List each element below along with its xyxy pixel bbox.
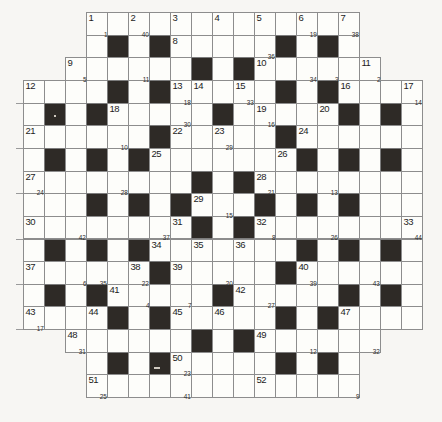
cell-r12c7[interactable]: 7 [170, 284, 192, 308]
cell-r6c8[interactable] [191, 148, 213, 172]
edge-tick [16, 193, 23, 194]
cell-r15c8[interactable] [191, 352, 213, 376]
small-number: 35 [100, 281, 107, 287]
small-number: 3 [334, 78, 338, 84]
cell-r4c6[interactable] [149, 103, 171, 127]
cell-r12c10[interactable]: 42 [233, 284, 255, 308]
cell-r11c2[interactable]: 6 [65, 261, 87, 285]
cell-r6c12[interactable]: 26 [275, 148, 297, 172]
cell-r13c2[interactable] [65, 306, 87, 330]
cell-r13c15[interactable]: 47 [338, 306, 360, 330]
black-cell-r13c6 [149, 306, 171, 330]
clue-number: 18 [110, 104, 120, 114]
black-cell-r14c8 [191, 329, 213, 353]
scan-speck [154, 367, 160, 369]
small-number: 1 [103, 32, 107, 38]
cell-r7c2[interactable] [65, 171, 87, 195]
small-number: 42 [79, 236, 86, 242]
clue-number: 24 [299, 126, 309, 136]
cell-r9c12[interactable] [275, 216, 297, 240]
cell-r8c17[interactable] [380, 193, 402, 217]
cell-r16c9[interactable] [212, 374, 234, 398]
clue-number: 46 [215, 307, 225, 317]
clue-number: 40 [299, 262, 309, 272]
cell-r11c8[interactable] [191, 261, 213, 285]
clue-number: 2 [131, 13, 136, 23]
clue-number: 47 [341, 307, 351, 317]
cell-r9c7[interactable]: 31 [170, 216, 192, 240]
cell-r14c4[interactable] [107, 329, 129, 353]
cell-r0c10[interactable] [233, 12, 255, 36]
cell-r15c15[interactable] [338, 352, 360, 376]
cell-r0c6[interactable] [149, 12, 171, 36]
cell-r3c15[interactable]: 16 [338, 80, 360, 104]
small-number: 19 [310, 32, 317, 38]
cell-r6c6[interactable]: 25 [149, 148, 171, 172]
cell-r5c10[interactable] [233, 125, 255, 149]
black-cell-r3c6 [149, 80, 171, 104]
black-cell-r7c10 [233, 171, 255, 195]
cell-r14c6[interactable] [149, 329, 171, 353]
cell-r0c12[interactable] [275, 12, 297, 36]
cell-r11c4[interactable] [107, 261, 129, 285]
cell-r5c5[interactable] [128, 125, 150, 149]
clue-number: 39 [173, 262, 183, 272]
cell-r10c8[interactable]: 35 [191, 239, 213, 263]
clue-number: 5 [257, 13, 262, 23]
clue-number: 43 [26, 307, 36, 317]
clue-number: 29 [194, 194, 204, 204]
cell-r11c10[interactable] [233, 261, 255, 285]
clue-number: 44 [89, 307, 99, 317]
clue-number: 21 [26, 126, 36, 136]
small-number: 27 [268, 304, 275, 310]
small-number: 17 [37, 327, 44, 333]
cell-r11c15[interactable] [338, 261, 360, 285]
black-cell-r13c12 [275, 306, 297, 330]
cell-r7c18[interactable] [401, 171, 423, 195]
cell-r2c16[interactable]: 112 [359, 57, 381, 81]
cell-r12c8[interactable] [191, 284, 213, 308]
cell-r9c4[interactable] [107, 216, 129, 240]
cell-r7c16[interactable] [359, 171, 381, 195]
black-cell-r6c5 [128, 148, 150, 172]
cell-r14c13[interactable]: 12 [296, 329, 318, 353]
black-cell-r4c9 [212, 103, 234, 127]
cell-r14c14[interactable] [317, 329, 339, 353]
cell-r13c13[interactable] [296, 306, 318, 330]
cell-r4c5[interactable] [128, 103, 150, 127]
black-cell-r6c17 [380, 148, 402, 172]
cell-r11c17[interactable] [380, 261, 402, 285]
cell-r14c5[interactable] [128, 329, 150, 353]
cell-r8c1[interactable] [44, 193, 66, 217]
cell-r12c6[interactable] [149, 284, 171, 308]
cell-r16c12[interactable] [275, 374, 297, 398]
clue-number: 45 [173, 307, 183, 317]
clue-number: 22 [173, 126, 183, 136]
clue-number: 1 [89, 13, 94, 23]
clue-number: 3 [173, 13, 178, 23]
black-cell-r8c13 [296, 193, 318, 217]
black-cell-r1c4 [107, 35, 129, 59]
cell-r13c3[interactable]: 44 [86, 306, 108, 330]
cell-r15c5[interactable] [128, 352, 150, 376]
small-number: 9 [355, 395, 359, 401]
cell-r2c13[interactable]: 34 [296, 57, 318, 81]
cell-r3c7[interactable]: 1318 [170, 80, 192, 104]
cell-r2c14[interactable]: 3 [317, 57, 339, 81]
cell-r1c7[interactable]: 8 [170, 35, 192, 59]
cell-r5c14[interactable] [317, 125, 339, 149]
cell-r11c0[interactable]: 37 [23, 261, 45, 285]
cell-r10c14[interactable] [317, 239, 339, 263]
cell-r10c7[interactable] [170, 239, 192, 263]
cell-r2c15[interactable] [338, 57, 360, 81]
black-cell-r10c15 [338, 239, 360, 263]
cell-r10c9[interactable] [212, 239, 234, 263]
cell-r4c8[interactable] [191, 103, 213, 127]
cell-r11c5[interactable]: 3822 [128, 261, 150, 285]
cell-r13c17[interactable] [380, 306, 402, 330]
small-number: 4 [145, 304, 149, 310]
cell-r16c13[interactable] [296, 374, 318, 398]
clue-number: 38 [131, 262, 141, 272]
cell-r0c5[interactable]: 240 [128, 12, 150, 36]
cell-r16c3[interactable]: 5125 [86, 374, 108, 398]
clue-number: 36 [236, 240, 246, 250]
cell-r15c10[interactable] [233, 352, 255, 376]
cell-r8c2[interactable] [65, 193, 87, 217]
black-cell-r15c4 [107, 352, 129, 376]
cell-r10c2[interactable] [65, 239, 87, 263]
small-number: 18 [184, 100, 191, 106]
cell-r16c5[interactable] [128, 374, 150, 398]
cell-r10c10[interactable]: 36 [233, 239, 255, 263]
cell-r8c9[interactable]: 15 [212, 193, 234, 217]
cell-r5c13[interactable]: 24 [296, 125, 318, 149]
clue-number: 14 [194, 81, 204, 91]
cell-r4c11[interactable]: 1916 [254, 103, 276, 127]
cell-r0c11[interactable]: 5 [254, 12, 276, 36]
cell-r0c9[interactable]: 4 [212, 12, 234, 36]
cell-r13c10[interactable] [233, 306, 255, 330]
small-number: 37 [163, 236, 170, 242]
cell-r5c18[interactable] [401, 125, 423, 149]
small-number: 22 [142, 281, 149, 287]
cell-r2c12[interactable] [275, 57, 297, 81]
cell-r1c11[interactable]: 36 [254, 35, 276, 59]
cell-r12c4[interactable]: 41 [107, 284, 129, 308]
small-number: 7 [187, 304, 191, 310]
small-number: 10 [121, 145, 128, 151]
cell-r10c12[interactable] [275, 239, 297, 263]
edge-tick [16, 103, 23, 104]
cell-r1c8[interactable] [191, 35, 213, 59]
cell-r14c3[interactable] [86, 329, 108, 353]
clue-number: 15 [236, 81, 246, 91]
cell-r4c13[interactable] [296, 103, 318, 127]
clue-number: 20 [320, 104, 330, 114]
cell-r6c10[interactable] [233, 148, 255, 172]
cell-r0c3[interactable]: 11 [86, 12, 108, 36]
cell-r8c6[interactable] [149, 193, 171, 217]
cell-r2c9[interactable] [212, 57, 234, 81]
cell-r0c13[interactable]: 619 [296, 12, 318, 36]
cell-r14c9[interactable] [212, 329, 234, 353]
cell-r3c8[interactable]: 14 [191, 80, 213, 104]
cell-r9c15[interactable] [338, 216, 360, 240]
cell-r13c9[interactable]: 46 [212, 306, 234, 330]
black-cell-r14c10 [233, 329, 255, 353]
edge-tick [16, 148, 23, 149]
cell-r10c11[interactable] [254, 239, 276, 263]
cell-r4c0[interactable] [23, 103, 45, 127]
cell-r16c14[interactable] [317, 374, 339, 398]
cell-r15c7[interactable]: 5023 [170, 352, 192, 376]
clue-number: 7 [341, 13, 346, 23]
cell-r2c5[interactable]: 11 [128, 57, 150, 81]
cell-r10c16[interactable] [359, 239, 381, 263]
cell-r5c8[interactable] [191, 125, 213, 149]
cell-r6c14[interactable] [317, 148, 339, 172]
cell-r8c12[interactable] [275, 193, 297, 217]
cell-r14c15[interactable] [338, 329, 360, 353]
cell-r0c15[interactable]: 738 [338, 12, 360, 36]
clue-number: 51 [89, 375, 99, 385]
black-cell-r10c3 [86, 239, 108, 263]
clue-number: 33 [404, 217, 414, 227]
cell-r7c7[interactable] [170, 171, 192, 195]
cell-r0c4[interactable] [107, 12, 129, 36]
black-cell-r2c8 [191, 57, 213, 81]
cell-r4c4[interactable]: 18 [107, 103, 129, 127]
cell-r16c11[interactable]: 52 [254, 374, 276, 398]
cell-r14c2[interactable]: 4831 [65, 329, 87, 353]
cell-r16c8[interactable] [191, 374, 213, 398]
cell-r7c0[interactable]: 2724 [23, 171, 45, 195]
cell-r12c14[interactable] [317, 284, 339, 308]
cell-r8c10[interactable] [233, 193, 255, 217]
cell-r10c0[interactable] [23, 239, 45, 263]
cell-r7c15[interactable] [338, 171, 360, 195]
small-number: 39 [310, 281, 317, 287]
cell-r7c3[interactable] [86, 171, 108, 195]
scanned-crossword-page: { "game": "crossword", "grid": { "rows":… [0, 0, 442, 422]
black-cell-r3c4 [107, 80, 129, 104]
cell-r5c9[interactable]: 2329 [212, 125, 234, 149]
cell-r9c6[interactable]: 37 [149, 216, 171, 240]
black-cell-r11c12 [275, 261, 297, 285]
cell-r14c16[interactable]: 32 [359, 329, 381, 353]
small-number: 29 [226, 145, 233, 151]
black-cell-r3c12 [275, 80, 297, 104]
cell-r11c1[interactable] [44, 261, 66, 285]
cell-r6c0[interactable] [23, 148, 45, 172]
cell-r5c4[interactable]: 10 [107, 125, 129, 149]
small-number: 20 [226, 281, 233, 287]
small-number: 30 [184, 123, 191, 129]
black-cell-r13c14 [317, 306, 339, 330]
cell-r8c8[interactable]: 29 [191, 193, 213, 217]
cell-r7c1[interactable] [44, 171, 66, 195]
cell-r7c4[interactable]: 28 [107, 171, 129, 195]
cell-r3c17[interactable] [380, 80, 402, 104]
black-cell-r4c15 [338, 103, 360, 127]
cell-r5c1[interactable] [44, 125, 66, 149]
cell-r11c14[interactable] [317, 261, 339, 285]
cell-r9c13[interactable] [296, 216, 318, 240]
cell-r13c18[interactable] [401, 306, 423, 330]
cell-r7c13[interactable] [296, 171, 318, 195]
cell-r9c5[interactable] [128, 216, 150, 240]
cell-r6c7[interactable] [170, 148, 192, 172]
cell-r9c2[interactable]: 42 [65, 216, 87, 240]
cell-r7c17[interactable] [380, 171, 402, 195]
cell-r7c11[interactable]: 2821 [254, 171, 276, 195]
cell-r9c17[interactable] [380, 216, 402, 240]
cell-r2c6[interactable] [149, 57, 171, 81]
cell-r11c3[interactable]: 35 [86, 261, 108, 285]
cell-r8c18[interactable] [401, 193, 423, 217]
small-number: 38 [352, 32, 359, 38]
cell-r4c14[interactable]: 20 [317, 103, 339, 127]
cell-r3c1[interactable] [44, 80, 66, 104]
black-cell-r10c13 [296, 239, 318, 263]
cell-r5c0[interactable]: 21 [23, 125, 45, 149]
cell-r6c16[interactable] [359, 148, 381, 172]
clue-number: 13 [173, 81, 183, 91]
cell-r14c11[interactable]: 49 [254, 329, 276, 353]
cell-r5c2[interactable] [65, 125, 87, 149]
cell-r7c5[interactable] [128, 171, 150, 195]
cell-r13c0[interactable]: 4317 [23, 306, 45, 330]
cell-r2c3[interactable] [86, 57, 108, 81]
black-cell-r2c10 [233, 57, 255, 81]
cell-r0c8[interactable] [191, 12, 213, 36]
cell-r11c16[interactable]: 43 [359, 261, 381, 285]
black-cell-r10c5 [128, 239, 150, 263]
cell-r9c14[interactable]: 26 [317, 216, 339, 240]
cell-r13c1[interactable] [44, 306, 66, 330]
cell-r9c1[interactable] [44, 216, 66, 240]
edge-tick [16, 239, 23, 240]
clue-number: 27 [26, 172, 36, 182]
small-number: 12 [310, 349, 317, 355]
cell-r9c16[interactable] [359, 216, 381, 240]
clue-number: 25 [152, 149, 162, 159]
clue-number: 11 [362, 58, 371, 68]
cell-r0c14[interactable] [317, 12, 339, 36]
cell-r16c15[interactable]: 9 [338, 374, 360, 398]
cell-r3c3[interactable] [86, 80, 108, 104]
cell-r1c9[interactable] [212, 35, 234, 59]
cell-r13c16[interactable] [359, 306, 381, 330]
cell-r5c3[interactable] [86, 125, 108, 149]
cell-r5c16[interactable] [359, 125, 381, 149]
cell-r8c16[interactable] [359, 193, 381, 217]
clue-number: 37 [26, 262, 36, 272]
clue-number: 9 [68, 58, 73, 68]
cell-r14c7[interactable] [170, 329, 192, 353]
cell-r12c18[interactable] [401, 284, 423, 308]
cell-r7c12[interactable] [275, 171, 297, 195]
cell-r6c18[interactable] [401, 148, 423, 172]
cell-r0c7[interactable]: 3 [170, 12, 192, 36]
cell-r15c11[interactable] [254, 352, 276, 376]
cell-r12c12[interactable] [275, 284, 297, 308]
cell-r11c7[interactable]: 39 [170, 261, 192, 285]
black-cell-r4c17 [380, 103, 402, 127]
cell-r10c18[interactable] [401, 239, 423, 263]
cell-r10c4[interactable] [107, 239, 129, 263]
small-number: 14 [415, 100, 422, 106]
cell-r14c12[interactable] [275, 329, 297, 353]
clue-number: 35 [194, 240, 204, 250]
cell-r1c10[interactable] [233, 35, 255, 59]
black-cell-r8c5 [128, 193, 150, 217]
cell-r3c11[interactable] [254, 80, 276, 104]
cell-r15c3[interactable] [86, 352, 108, 376]
clue-number: 23 [215, 126, 225, 136]
cell-r2c2[interactable]: 95 [65, 57, 87, 81]
cell-r12c0[interactable] [23, 284, 45, 308]
cell-r11c9[interactable]: 20 [212, 261, 234, 285]
clue-number: 16 [341, 81, 351, 91]
cell-r9c0[interactable]: 30 [23, 216, 45, 240]
cell-r3c9[interactable] [212, 80, 234, 104]
cell-r3c0[interactable]: 12 [23, 80, 45, 104]
cell-r11c11[interactable] [254, 261, 276, 285]
cell-r10c6[interactable]: 34 [149, 239, 171, 263]
cell-r4c12[interactable] [275, 103, 297, 127]
small-number: 6 [82, 281, 86, 287]
cell-r12c11[interactable]: 27 [254, 284, 276, 308]
cell-r16c6[interactable] [149, 374, 171, 398]
cell-r6c11[interactable] [254, 148, 276, 172]
cell-r2c7[interactable] [170, 57, 192, 81]
clue-number: 17 [404, 81, 414, 91]
cell-r9c3[interactable] [86, 216, 108, 240]
clue-number: 34 [152, 240, 162, 250]
cell-r15c9[interactable] [212, 352, 234, 376]
cell-r7c14[interactable]: 13 [317, 171, 339, 195]
cell-r5c15[interactable] [338, 125, 360, 149]
cell-r3c10[interactable]: 1533 [233, 80, 255, 104]
cell-r3c18[interactable]: 1714 [401, 80, 423, 104]
cell-r16c4[interactable] [107, 374, 129, 398]
cell-r7c9[interactable] [212, 171, 234, 195]
small-number: 25 [100, 395, 107, 401]
cell-r9c11[interactable]: 328 [254, 216, 276, 240]
cell-r4c2[interactable] [65, 103, 87, 127]
cell-r4c16[interactable] [359, 103, 381, 127]
black-cell-r10c1 [44, 239, 66, 263]
cell-r16c10[interactable] [233, 374, 255, 398]
cell-r9c18[interactable]: 3344 [401, 216, 423, 240]
clue-number: 52 [257, 375, 267, 385]
cell-r11c18[interactable] [401, 261, 423, 285]
cell-r13c8[interactable] [191, 306, 213, 330]
small-number: 5 [82, 78, 86, 84]
cell-r7c6[interactable] [149, 171, 171, 195]
clue-number: 31 [173, 217, 183, 227]
cell-r5c17[interactable] [380, 125, 402, 149]
cell-r6c2[interactable] [65, 148, 87, 172]
small-number: 34 [310, 78, 317, 84]
cell-r11c13[interactable]: 4039 [296, 261, 318, 285]
cell-r2c4[interactable] [107, 57, 129, 81]
